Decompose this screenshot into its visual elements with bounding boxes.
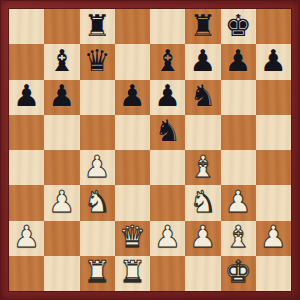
square-b3[interactable]: ♟ (44, 185, 79, 220)
square-e1[interactable] (150, 256, 185, 291)
black-rook-f8[interactable]: ♜ (189, 11, 216, 41)
square-h2[interactable]: ♟ (256, 221, 291, 256)
square-g1[interactable]: ♚ (221, 256, 256, 291)
square-f3[interactable]: ♞ (185, 185, 220, 220)
square-f2[interactable]: ♟ (185, 221, 220, 256)
white-knight-c3[interactable]: ♞ (84, 187, 111, 217)
black-pawn-d6[interactable]: ♟ (119, 81, 146, 111)
square-c2[interactable] (80, 221, 115, 256)
square-e6[interactable]: ♟ (150, 80, 185, 115)
square-h4[interactable] (256, 150, 291, 185)
square-d1[interactable]: ♜ (115, 256, 150, 291)
white-pawn-b3[interactable]: ♟ (48, 187, 75, 217)
square-b6[interactable]: ♟ (44, 80, 79, 115)
square-b4[interactable] (44, 150, 79, 185)
square-b8[interactable] (44, 9, 79, 44)
black-pawn-f7[interactable]: ♟ (189, 46, 216, 76)
black-knight-e5[interactable]: ♞ (154, 116, 181, 146)
square-g7[interactable]: ♟ (221, 44, 256, 79)
square-e7[interactable]: ♝ (150, 44, 185, 79)
board-frame: ♜♜♚♝♛♝♟♟♟♟♟♟♟♞♞♟♝♟♞♞♟♟♛♟♟♝♟♜♜♚ (0, 0, 300, 300)
square-f1[interactable] (185, 256, 220, 291)
square-c3[interactable]: ♞ (80, 185, 115, 220)
chess-board: ♜♜♚♝♛♝♟♟♟♟♟♟♟♞♞♟♝♟♞♞♟♟♛♟♟♝♟♜♜♚ (9, 9, 291, 291)
white-pawn-h2[interactable]: ♟ (260, 222, 287, 252)
black-pawn-e6[interactable]: ♟ (154, 81, 181, 111)
square-a4[interactable] (9, 150, 44, 185)
square-f6[interactable]: ♞ (185, 80, 220, 115)
white-rook-c1[interactable]: ♜ (84, 257, 111, 287)
square-e4[interactable] (150, 150, 185, 185)
square-c4[interactable]: ♟ (80, 150, 115, 185)
square-g5[interactable] (221, 115, 256, 150)
white-pawn-f2[interactable]: ♟ (189, 222, 216, 252)
white-pawn-g3[interactable]: ♟ (225, 187, 252, 217)
square-c8[interactable]: ♜ (80, 9, 115, 44)
square-d3[interactable] (115, 185, 150, 220)
square-e3[interactable] (150, 185, 185, 220)
black-king-g8[interactable]: ♚ (225, 11, 252, 41)
black-bishop-e7[interactable]: ♝ (154, 46, 181, 76)
white-queen-d2[interactable]: ♛ (119, 222, 146, 252)
square-g4[interactable] (221, 150, 256, 185)
square-h6[interactable] (256, 80, 291, 115)
black-rook-c8[interactable]: ♜ (84, 11, 111, 41)
square-g6[interactable] (221, 80, 256, 115)
square-b7[interactable]: ♝ (44, 44, 79, 79)
square-e2[interactable]: ♟ (150, 221, 185, 256)
white-king-g1[interactable]: ♚ (225, 257, 252, 287)
white-pawn-a2[interactable]: ♟ (13, 222, 40, 252)
square-a1[interactable] (9, 256, 44, 291)
black-bishop-b7[interactable]: ♝ (48, 46, 75, 76)
square-h7[interactable]: ♟ (256, 44, 291, 79)
square-d4[interactable] (115, 150, 150, 185)
square-g3[interactable]: ♟ (221, 185, 256, 220)
square-f5[interactable] (185, 115, 220, 150)
black-queen-c7[interactable]: ♛ (84, 46, 111, 76)
square-h1[interactable] (256, 256, 291, 291)
square-g8[interactable]: ♚ (221, 9, 256, 44)
square-b1[interactable] (44, 256, 79, 291)
square-d5[interactable] (115, 115, 150, 150)
black-knight-f6[interactable]: ♞ (189, 81, 216, 111)
square-a7[interactable] (9, 44, 44, 79)
white-knight-f3[interactable]: ♞ (189, 187, 216, 217)
square-c1[interactable]: ♜ (80, 256, 115, 291)
square-d7[interactable] (115, 44, 150, 79)
black-pawn-a6[interactable]: ♟ (13, 81, 40, 111)
square-f4[interactable]: ♝ (185, 150, 220, 185)
square-d2[interactable]: ♛ (115, 221, 150, 256)
square-e5[interactable]: ♞ (150, 115, 185, 150)
square-e8[interactable] (150, 9, 185, 44)
square-c7[interactable]: ♛ (80, 44, 115, 79)
square-a8[interactable] (9, 9, 44, 44)
white-pawn-e2[interactable]: ♟ (154, 222, 181, 252)
square-d8[interactable] (115, 9, 150, 44)
white-rook-d1[interactable]: ♜ (119, 257, 146, 287)
square-a5[interactable] (9, 115, 44, 150)
square-b2[interactable] (44, 221, 79, 256)
white-bishop-f4[interactable]: ♝ (189, 152, 216, 182)
square-a2[interactable]: ♟ (9, 221, 44, 256)
white-bishop-g2[interactable]: ♝ (225, 222, 252, 252)
black-pawn-g7[interactable]: ♟ (225, 46, 252, 76)
black-pawn-h7[interactable]: ♟ (260, 46, 287, 76)
square-h5[interactable] (256, 115, 291, 150)
square-d6[interactable]: ♟ (115, 80, 150, 115)
square-f7[interactable]: ♟ (185, 44, 220, 79)
black-pawn-b6[interactable]: ♟ (48, 81, 75, 111)
square-f8[interactable]: ♜ (185, 9, 220, 44)
square-a3[interactable] (9, 185, 44, 220)
white-pawn-c4[interactable]: ♟ (84, 152, 111, 182)
square-h3[interactable] (256, 185, 291, 220)
square-b5[interactable] (44, 115, 79, 150)
square-a6[interactable]: ♟ (9, 80, 44, 115)
square-h8[interactable] (256, 9, 291, 44)
square-g2[interactable]: ♝ (221, 221, 256, 256)
square-c6[interactable] (80, 80, 115, 115)
square-c5[interactable] (80, 115, 115, 150)
